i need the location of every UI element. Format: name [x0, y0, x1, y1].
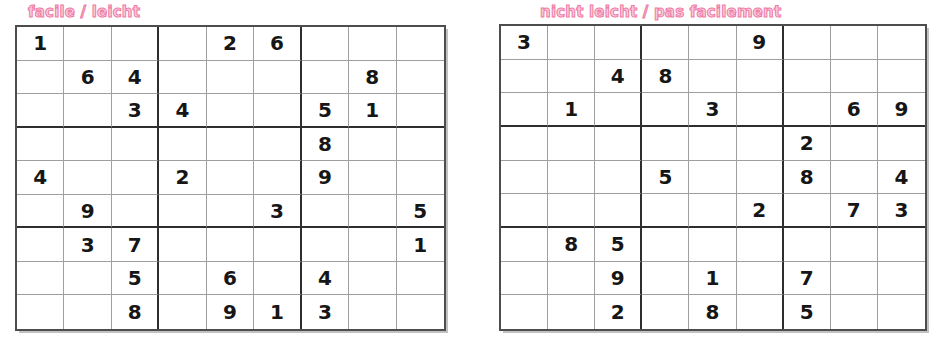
cell-r3c6[interactable] [737, 93, 784, 127]
cell-r4c2[interactable] [64, 128, 111, 162]
cell-r9c7[interactable]: 5 [784, 295, 831, 329]
cell-r8c6[interactable] [737, 262, 784, 296]
cell-r8c5[interactable]: 1 [689, 262, 736, 296]
cell-r8c3[interactable]: 5 [112, 262, 159, 296]
cell-r1c4[interactable] [642, 26, 689, 60]
cell-r2c2[interactable] [548, 60, 595, 94]
puzzle-title-easy: facile / leicht [28, 2, 140, 22]
cell-r5c1[interactable]: 4 [17, 161, 64, 195]
cell-r1c8[interactable] [831, 26, 878, 60]
cell-r6c6[interactable]: 3 [254, 195, 301, 229]
cell-r4c8[interactable] [349, 128, 396, 162]
cell-r1c3[interactable] [112, 27, 159, 61]
cell-r3c8[interactable]: 1 [349, 94, 396, 128]
sudoku-board-hard: 39481369258427385917285 [499, 24, 927, 331]
cell-r2c3[interactable]: 4 [112, 61, 159, 95]
cell-r4c2[interactable] [548, 127, 595, 161]
cell-r3c5[interactable] [207, 94, 254, 128]
cell-r4c5[interactable] [689, 127, 736, 161]
cell-r4c7[interactable]: 8 [302, 128, 349, 162]
cell-r6c3[interactable] [112, 195, 159, 229]
cell-r7c1[interactable] [501, 228, 548, 262]
cell-r5c2[interactable] [548, 161, 595, 195]
cell-r1c4[interactable] [159, 27, 206, 61]
cell-r6c9[interactable]: 5 [397, 195, 444, 229]
cell-r7c8[interactable] [349, 228, 396, 262]
cell-r7c9[interactable]: 1 [397, 228, 444, 262]
cell-r6c4[interactable] [159, 195, 206, 229]
cell-r2c3[interactable]: 4 [595, 60, 642, 94]
cell-r4c9[interactable] [878, 127, 925, 161]
cell-r9c3[interactable]: 2 [595, 295, 642, 329]
cell-r3c6[interactable] [254, 94, 301, 128]
cell-r8c1[interactable] [17, 262, 64, 296]
cell-r2c4[interactable]: 8 [642, 60, 689, 94]
cell-r5c9[interactable] [397, 161, 444, 195]
cell-r6c9[interactable]: 3 [878, 194, 925, 228]
cell-r8c6[interactable] [254, 262, 301, 296]
cell-r7c2[interactable]: 8 [548, 228, 595, 262]
cell-r4c6[interactable] [737, 127, 784, 161]
cell-r1c9[interactable] [878, 26, 925, 60]
cell-r1c6[interactable]: 9 [737, 26, 784, 60]
cell-r4c1[interactable] [17, 128, 64, 162]
cell-r4c4[interactable] [642, 127, 689, 161]
cell-r1c1[interactable]: 1 [17, 27, 64, 61]
cell-r2c8[interactable]: 8 [349, 61, 396, 95]
cell-r3c5[interactable]: 3 [689, 93, 736, 127]
cell-r1c9[interactable] [397, 27, 444, 61]
cell-r9c4[interactable] [159, 295, 206, 329]
cell-r8c5[interactable]: 6 [207, 262, 254, 296]
cell-r8c7[interactable]: 4 [302, 262, 349, 296]
cell-r8c3[interactable]: 9 [595, 262, 642, 296]
cell-r6c7[interactable] [784, 194, 831, 228]
cell-r7c2[interactable]: 3 [64, 228, 111, 262]
cell-r4c3[interactable] [595, 127, 642, 161]
cell-r5c7[interactable]: 9 [302, 161, 349, 195]
cell-r5c8[interactable] [349, 161, 396, 195]
cell-r5c6[interactable] [254, 161, 301, 195]
cell-r2c8[interactable] [831, 60, 878, 94]
cell-r5c2[interactable] [64, 161, 111, 195]
cell-r9c6[interactable] [737, 295, 784, 329]
cell-r9c8[interactable] [349, 295, 396, 329]
cell-r4c4[interactable] [159, 128, 206, 162]
cell-r1c5[interactable] [689, 26, 736, 60]
cell-r3c3[interactable]: 3 [112, 94, 159, 128]
cell-r9c9[interactable] [397, 295, 444, 329]
cell-r3c7[interactable]: 5 [302, 94, 349, 128]
cell-r3c1[interactable] [17, 94, 64, 128]
cell-r3c2[interactable] [64, 94, 111, 128]
cell-r2c7[interactable] [784, 60, 831, 94]
cell-r3c1[interactable] [501, 93, 548, 127]
cell-r8c1[interactable] [501, 262, 548, 296]
cell-r2c5[interactable] [207, 61, 254, 95]
sudoku-page: facile / leicht nicht leicht / pas facil… [0, 0, 945, 355]
cell-r6c2[interactable] [548, 194, 595, 228]
cell-r6c2[interactable]: 9 [64, 195, 111, 229]
cell-r9c9[interactable] [878, 295, 925, 329]
cell-r5c8[interactable] [831, 161, 878, 195]
cell-r3c3[interactable] [595, 93, 642, 127]
cell-r7c9[interactable] [878, 228, 925, 262]
cell-r6c8[interactable]: 7 [831, 194, 878, 228]
cell-r6c1[interactable] [501, 194, 548, 228]
cell-r6c6[interactable]: 2 [737, 194, 784, 228]
cell-r7c4[interactable] [642, 228, 689, 262]
cell-r1c7[interactable] [302, 27, 349, 61]
cell-r2c9[interactable] [878, 60, 925, 94]
cell-r3c2[interactable]: 1 [548, 93, 595, 127]
cell-r9c8[interactable] [831, 295, 878, 329]
cell-r1c7[interactable] [784, 26, 831, 60]
cell-r4c9[interactable] [397, 128, 444, 162]
cell-r2c1[interactable] [17, 61, 64, 95]
cell-r2c9[interactable] [397, 61, 444, 95]
cell-r2c6[interactable] [254, 61, 301, 95]
cell-r1c1[interactable]: 3 [501, 26, 548, 60]
cell-r3c4[interactable]: 4 [159, 94, 206, 128]
cell-r4c3[interactable] [112, 128, 159, 162]
cell-r7c6[interactable] [737, 228, 784, 262]
cell-r7c3[interactable]: 5 [595, 228, 642, 262]
cell-r2c4[interactable] [159, 61, 206, 95]
cell-r8c4[interactable] [642, 262, 689, 296]
cell-r7c7[interactable] [302, 228, 349, 262]
cell-r8c8[interactable] [831, 262, 878, 296]
cell-r6c4[interactable] [642, 194, 689, 228]
cell-r4c7[interactable]: 2 [784, 127, 831, 161]
cell-r5c5[interactable] [689, 161, 736, 195]
cell-r6c7[interactable] [302, 195, 349, 229]
cell-r9c2[interactable] [548, 295, 595, 329]
cell-r5c9[interactable]: 4 [878, 161, 925, 195]
cell-r1c6[interactable]: 6 [254, 27, 301, 61]
cell-r9c2[interactable] [64, 295, 111, 329]
cell-r5c1[interactable] [501, 161, 548, 195]
cell-r5c5[interactable] [207, 161, 254, 195]
cell-r3c9[interactable] [397, 94, 444, 128]
cell-r8c2[interactable] [64, 262, 111, 296]
cell-r2c5[interactable] [689, 60, 736, 94]
cell-r1c3[interactable] [595, 26, 642, 60]
cell-r5c7[interactable]: 8 [784, 161, 831, 195]
cell-r9c5[interactable]: 8 [689, 295, 736, 329]
cell-r3c7[interactable] [784, 93, 831, 127]
sudoku-board-easy: 126648345184299353715648913 [15, 25, 446, 331]
cell-r8c7[interactable]: 7 [784, 262, 831, 296]
cell-r9c1[interactable] [501, 295, 548, 329]
cell-r3c9[interactable]: 9 [878, 93, 925, 127]
cell-r4c6[interactable] [254, 128, 301, 162]
cell-r3c4[interactable] [642, 93, 689, 127]
cell-r9c4[interactable] [642, 295, 689, 329]
cell-r6c5[interactable] [689, 194, 736, 228]
cell-r7c8[interactable] [831, 228, 878, 262]
cell-r1c5[interactable]: 2 [207, 27, 254, 61]
cell-r4c8[interactable] [831, 127, 878, 161]
cell-r5c4[interactable]: 5 [642, 161, 689, 195]
cell-r8c9[interactable] [397, 262, 444, 296]
cell-r3c8[interactable]: 6 [831, 93, 878, 127]
puzzle-title-hard: nicht leicht / pas facilement [540, 2, 781, 22]
cell-r4c1[interactable] [501, 127, 548, 161]
cell-r7c6[interactable] [254, 228, 301, 262]
cell-r2c2[interactable]: 6 [64, 61, 111, 95]
cell-r6c1[interactable] [17, 195, 64, 229]
cell-r9c6[interactable]: 1 [254, 295, 301, 329]
cell-r9c1[interactable] [17, 295, 64, 329]
cell-r5c6[interactable] [737, 161, 784, 195]
cell-r9c3[interactable]: 8 [112, 295, 159, 329]
cell-r8c2[interactable] [548, 262, 595, 296]
cell-r9c7[interactable]: 3 [302, 295, 349, 329]
cell-r6c8[interactable] [349, 195, 396, 229]
cell-r7c7[interactable] [784, 228, 831, 262]
cell-r5c3[interactable] [595, 161, 642, 195]
cell-r8c8[interactable] [349, 262, 396, 296]
cell-r7c1[interactable] [17, 228, 64, 262]
cell-r1c8[interactable] [349, 27, 396, 61]
cell-r4c5[interactable] [207, 128, 254, 162]
cell-r5c4[interactable]: 2 [159, 161, 206, 195]
cell-r7c5[interactable] [207, 228, 254, 262]
cell-r2c6[interactable] [737, 60, 784, 94]
cell-r1c2[interactable] [64, 27, 111, 61]
cell-r1c2[interactable] [548, 26, 595, 60]
cell-r8c4[interactable] [159, 262, 206, 296]
cell-r2c7[interactable] [302, 61, 349, 95]
cell-r2c1[interactable] [501, 60, 548, 94]
cell-r8c9[interactable] [878, 262, 925, 296]
cell-r7c4[interactable] [159, 228, 206, 262]
cell-r6c3[interactable] [595, 194, 642, 228]
cell-r6c5[interactable] [207, 195, 254, 229]
cell-r9c5[interactable]: 9 [207, 295, 254, 329]
cell-r5c3[interactable] [112, 161, 159, 195]
cell-r7c5[interactable] [689, 228, 736, 262]
cell-r7c3[interactable]: 7 [112, 228, 159, 262]
